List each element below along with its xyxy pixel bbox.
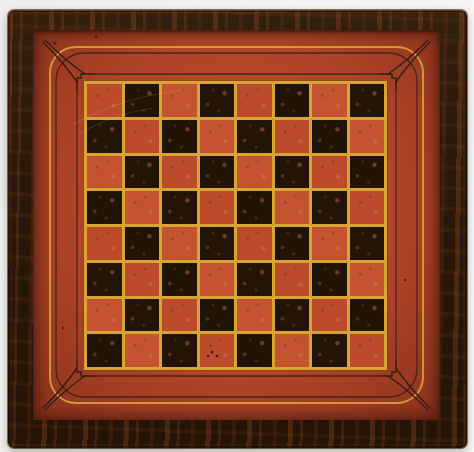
board-square[interactable] [162,84,197,117]
board-square[interactable] [275,263,310,296]
board-square[interactable] [162,156,197,189]
board-square[interactable] [237,156,272,189]
playing-field [33,30,440,420]
board-square[interactable] [125,299,160,332]
board-square[interactable] [237,334,272,367]
board-square[interactable] [87,156,122,189]
board-square[interactable] [125,156,160,189]
board-square[interactable] [350,156,385,189]
board-square[interactable] [162,299,197,332]
board-square[interactable] [87,299,122,332]
board-square[interactable] [200,156,235,189]
board-square[interactable] [162,191,197,224]
board-square[interactable] [87,120,122,153]
board-square[interactable] [350,263,385,296]
board-square[interactable] [87,334,122,367]
board-square[interactable] [312,263,347,296]
board-square[interactable] [237,227,272,260]
board-square[interactable] [275,156,310,189]
board-square[interactable] [87,84,122,117]
board-square[interactable] [162,227,197,260]
board-square[interactable] [350,227,385,260]
board-square[interactable] [87,191,122,224]
board-square[interactable] [162,334,197,367]
board-square[interactable] [162,120,197,153]
board-square[interactable] [200,191,235,224]
board-square[interactable] [275,191,310,224]
board-square[interactable] [125,191,160,224]
corner-flourish-top-right [380,40,430,90]
board-square[interactable] [87,227,122,260]
board-square[interactable] [350,120,385,153]
board-square[interactable] [350,84,385,117]
board-square[interactable] [312,227,347,260]
board-square[interactable] [350,299,385,332]
board-square[interactable] [237,120,272,153]
board-square[interactable] [200,263,235,296]
board-square[interactable] [125,263,160,296]
board-square[interactable] [312,156,347,189]
board-square[interactable] [237,299,272,332]
board-square[interactable] [275,227,310,260]
game-board [8,10,467,448]
board-square[interactable] [200,120,235,153]
board-square[interactable] [275,120,310,153]
board-square[interactable] [200,84,235,117]
board-square[interactable] [237,84,272,117]
checkerboard [84,81,387,370]
board-square[interactable] [125,334,160,367]
board-square[interactable] [200,227,235,260]
board-square[interactable] [200,299,235,332]
board-square[interactable] [125,84,160,117]
board-square[interactable] [162,263,197,296]
corner-flourish-bottom-right [380,360,430,410]
board-square[interactable] [237,263,272,296]
board-square[interactable] [312,191,347,224]
board-square[interactable] [312,299,347,332]
board-square[interactable] [125,227,160,260]
board-square[interactable] [237,191,272,224]
board-square[interactable] [200,334,235,367]
board-square[interactable] [312,84,347,117]
board-square[interactable] [125,120,160,153]
board-square[interactable] [275,84,310,117]
board-square[interactable] [350,191,385,224]
board-square[interactable] [87,263,122,296]
board-square[interactable] [312,120,347,153]
photo-backdrop [0,0,474,452]
board-square[interactable] [312,334,347,367]
board-square[interactable] [275,299,310,332]
board-square[interactable] [275,334,310,367]
board-square[interactable] [350,334,385,367]
